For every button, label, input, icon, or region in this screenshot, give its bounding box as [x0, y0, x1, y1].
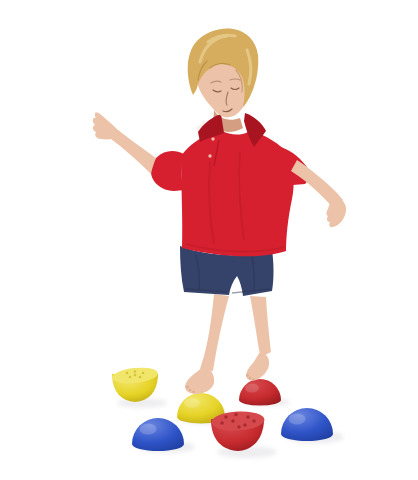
- polo-button-bottom: [208, 154, 211, 157]
- polo-button-top: [211, 137, 214, 140]
- product-photo: [0, 0, 418, 480]
- pod-highlight: [140, 424, 157, 435]
- polo-shirt: [181, 130, 294, 256]
- photo-canvas: [0, 0, 418, 480]
- pod-highlight: [289, 414, 306, 425]
- pod-highlight: [245, 384, 259, 393]
- pod-highlight: [184, 398, 200, 408]
